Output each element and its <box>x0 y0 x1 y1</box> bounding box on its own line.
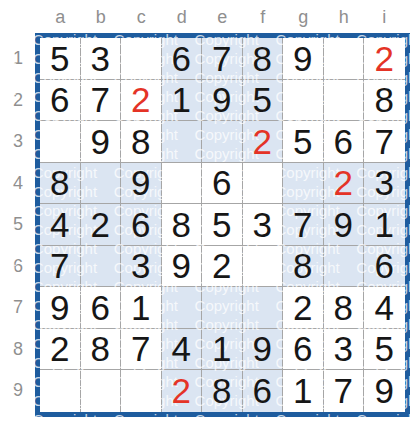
cell-c9[interactable] <box>121 370 162 412</box>
digit-g8: 6 <box>293 328 312 369</box>
digit-g7: 2 <box>293 287 312 328</box>
digit-h9: 7 <box>334 370 353 411</box>
column-label-a: a <box>40 4 81 30</box>
cell-c1[interactable] <box>121 38 162 80</box>
cell-d9[interactable]: 2 <box>162 370 203 412</box>
cell-i3[interactable]: 7 <box>364 121 405 163</box>
digit-b8: 8 <box>91 328 110 369</box>
digit-a1: 5 <box>50 38 69 79</box>
cell-e2[interactable]: 9 <box>202 80 243 122</box>
digit-a8: 2 <box>50 328 69 369</box>
cell-e6[interactable]: 2 <box>202 246 243 288</box>
cell-c3[interactable]: 8 <box>121 121 162 163</box>
digit-c5: 6 <box>131 204 150 245</box>
digit-d8: 4 <box>172 328 191 369</box>
cell-b6[interactable] <box>81 246 122 288</box>
row-label-2: 2 <box>6 80 30 122</box>
digit-a5: 4 <box>50 204 69 245</box>
cell-h4[interactable]: 2 <box>324 163 365 205</box>
digit-g3: 5 <box>293 121 312 162</box>
digit-c4: 9 <box>131 162 150 203</box>
column-label-g: g <box>283 4 324 30</box>
cell-h7[interactable]: 8 <box>324 287 365 329</box>
digit-e2: 9 <box>212 79 231 120</box>
row-label-3: 3 <box>6 121 30 163</box>
digit-b5: 2 <box>91 204 110 245</box>
cell-b5[interactable]: 2 <box>81 204 122 246</box>
digit-h8: 3 <box>334 328 353 369</box>
cell-i7[interactable]: 4 <box>364 287 405 329</box>
cell-a1[interactable]: 5 <box>40 38 81 80</box>
cell-g4[interactable] <box>283 163 324 205</box>
row-label-5: 5 <box>6 204 30 246</box>
cell-e3[interactable] <box>202 121 243 163</box>
cell-i5[interactable]: 1 <box>364 204 405 246</box>
digit-i3: 7 <box>375 121 394 162</box>
entered-digit-f3: 2 <box>253 121 272 162</box>
digit-e1: 7 <box>212 38 231 79</box>
cell-g1[interactable]: 9 <box>283 38 324 80</box>
digit-i5: 1 <box>375 204 394 245</box>
digit-h3: 6 <box>334 121 353 162</box>
cell-h3[interactable]: 6 <box>324 121 365 163</box>
cell-f2[interactable]: 5 <box>243 80 284 122</box>
cell-c4[interactable]: 9 <box>121 163 162 205</box>
cell-d1[interactable]: 6 <box>162 38 203 80</box>
digit-g5: 7 <box>293 204 312 245</box>
cell-f1[interactable]: 8 <box>243 38 284 80</box>
cell-e7[interactable] <box>202 287 243 329</box>
cell-e1[interactable]: 7 <box>202 38 243 80</box>
cell-g8[interactable]: 6 <box>283 329 324 371</box>
digit-a7: 9 <box>50 287 69 328</box>
cell-b3[interactable]: 9 <box>81 121 122 163</box>
column-label-e: e <box>202 4 243 30</box>
cell-a9[interactable] <box>40 370 81 412</box>
cell-i4[interactable]: 3 <box>364 163 405 205</box>
row-labels: 123456789 <box>6 38 30 412</box>
cell-h6[interactable] <box>324 246 365 288</box>
cell-c8[interactable]: 7 <box>121 329 162 371</box>
column-label-f: f <box>243 4 284 30</box>
cell-a4[interactable]: 8 <box>40 163 81 205</box>
cell-f7[interactable] <box>243 287 284 329</box>
digit-h7: 8 <box>334 287 353 328</box>
cell-a3[interactable] <box>40 121 81 163</box>
cell-d3[interactable] <box>162 121 203 163</box>
cell-a6[interactable]: 7 <box>40 246 81 288</box>
cell-i2[interactable]: 8 <box>364 80 405 122</box>
digit-b1: 3 <box>91 38 110 79</box>
cell-g2[interactable] <box>283 80 324 122</box>
digit-e6: 2 <box>212 245 231 286</box>
digit-i7: 4 <box>375 287 394 328</box>
cell-b4[interactable] <box>81 163 122 205</box>
column-label-i: i <box>364 4 405 30</box>
cell-d8[interactable]: 4 <box>162 329 203 371</box>
cell-h9[interactable]: 7 <box>324 370 365 412</box>
cell-e8[interactable]: 1 <box>202 329 243 371</box>
digit-f9: 6 <box>253 370 272 411</box>
digit-e5: 5 <box>212 204 231 245</box>
cell-c6[interactable]: 3 <box>121 246 162 288</box>
cell-e9[interactable]: 8 <box>202 370 243 412</box>
cell-h2[interactable] <box>324 80 365 122</box>
cell-a2[interactable]: 6 <box>40 80 81 122</box>
cell-d2[interactable]: 1 <box>162 80 203 122</box>
digit-g6: 8 <box>293 245 312 286</box>
cell-g5[interactable]: 7 <box>283 204 324 246</box>
cell-d5[interactable]: 8 <box>162 204 203 246</box>
digit-i6: 6 <box>375 245 394 286</box>
cell-c7[interactable]: 1 <box>121 287 162 329</box>
cell-e4[interactable]: 6 <box>202 163 243 205</box>
column-label-c: c <box>121 4 162 30</box>
cell-g3[interactable]: 5 <box>283 121 324 163</box>
row-label-9: 9 <box>6 370 30 412</box>
cell-h5[interactable]: 9 <box>324 204 365 246</box>
cell-f4[interactable] <box>243 163 284 205</box>
cell-a5[interactable]: 4 <box>40 204 81 246</box>
cell-f9[interactable]: 6 <box>243 370 284 412</box>
cell-f6[interactable] <box>243 246 284 288</box>
cell-d7[interactable] <box>162 287 203 329</box>
cell-f5[interactable]: 3 <box>243 204 284 246</box>
entered-digit-h4: 2 <box>334 162 353 203</box>
cell-g6[interactable]: 8 <box>283 246 324 288</box>
digit-b3: 9 <box>91 121 110 162</box>
row-label-4: 4 <box>6 163 30 205</box>
digit-e8: 1 <box>212 328 231 369</box>
cell-i6[interactable]: 6 <box>364 246 405 288</box>
digit-h5: 9 <box>334 204 353 245</box>
digit-c7: 1 <box>131 287 150 328</box>
digit-f8: 9 <box>253 328 272 369</box>
digit-b7: 6 <box>91 287 110 328</box>
cell-i9[interactable]: 9 <box>364 370 405 412</box>
digit-i9: 9 <box>375 370 394 411</box>
column-labels: abcdefghi <box>40 4 405 30</box>
digit-i4: 3 <box>375 162 394 203</box>
column-label-b: b <box>81 4 122 30</box>
digit-g9: 1 <box>293 370 312 411</box>
digit-b2: 7 <box>91 79 110 120</box>
digit-i2: 8 <box>375 79 394 120</box>
digit-e4: 6 <box>212 162 231 203</box>
cell-a7[interactable]: 9 <box>40 287 81 329</box>
digit-a2: 6 <box>50 79 69 120</box>
cell-c2[interactable]: 2 <box>121 80 162 122</box>
digit-f5: 3 <box>253 204 272 245</box>
cell-b7[interactable]: 6 <box>81 287 122 329</box>
cell-a8[interactable]: 2 <box>40 329 81 371</box>
digit-a6: 7 <box>50 245 69 286</box>
row-label-8: 8 <box>6 329 30 371</box>
cell-b8[interactable]: 8 <box>81 329 122 371</box>
cell-d6[interactable]: 9 <box>162 246 203 288</box>
row-label-1: 1 <box>6 38 30 80</box>
digit-c8: 7 <box>131 328 150 369</box>
cell-b2[interactable]: 7 <box>81 80 122 122</box>
cell-h1[interactable] <box>324 38 365 80</box>
digit-a4: 8 <box>50 162 69 203</box>
digit-d6: 9 <box>172 245 191 286</box>
row-label-7: 7 <box>6 287 30 329</box>
cell-g7[interactable]: 2 <box>283 287 324 329</box>
cell-g9[interactable]: 1 <box>283 370 324 412</box>
cell-h8[interactable]: 3 <box>324 329 365 371</box>
cell-e5[interactable]: 5 <box>202 204 243 246</box>
digit-g1: 9 <box>293 38 312 79</box>
cell-b9[interactable] <box>81 370 122 412</box>
digit-e9: 8 <box>212 370 231 411</box>
digit-d1: 6 <box>172 38 191 79</box>
digit-d5: 8 <box>172 204 191 245</box>
entered-digit-i1: 2 <box>375 38 394 79</box>
digit-i8: 5 <box>375 328 394 369</box>
digit-f1: 8 <box>253 38 272 79</box>
cell-c5[interactable]: 6 <box>121 204 162 246</box>
sudoku-board: 5367892672195898256789623426853791739286… <box>35 33 410 417</box>
digit-c6: 3 <box>131 245 150 286</box>
column-label-h: h <box>324 4 365 30</box>
digit-f2: 5 <box>253 79 272 120</box>
cell-i1[interactable]: 2 <box>364 38 405 80</box>
digit-c3: 8 <box>131 121 150 162</box>
row-label-6: 6 <box>6 246 30 288</box>
entered-digit-c2: 2 <box>131 79 150 120</box>
digit-d2: 1 <box>172 79 191 120</box>
column-label-d: d <box>162 4 203 30</box>
entered-digit-d9: 2 <box>172 370 191 411</box>
cell-b1[interactable]: 3 <box>81 38 122 80</box>
cell-f8[interactable]: 9 <box>243 329 284 371</box>
cell-f3[interactable]: 2 <box>243 121 284 163</box>
cell-d4[interactable] <box>162 163 203 205</box>
cell-i8[interactable]: 5 <box>364 329 405 371</box>
